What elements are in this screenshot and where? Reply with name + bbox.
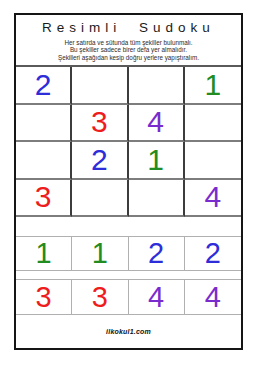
site-credit: ilkokul1.com — [106, 328, 151, 335]
board-digit-3: 3 — [35, 182, 52, 212]
worksheet-frame: Resimli Sudoku Her satırda ve sütunda tü… — [14, 13, 243, 350]
tile-cell-r1c3[interactable]: 2 — [129, 237, 185, 270]
board-digit-1: 1 — [147, 145, 164, 175]
board-cell-r3c4[interactable] — [185, 142, 241, 180]
board-cell-r4c3[interactable] — [129, 180, 185, 218]
footer: ilkokul1.com — [16, 315, 241, 348]
tile-cell-r1c1[interactable]: 3 — [16, 280, 72, 314]
tile-digit-1: 1 — [36, 239, 52, 268]
board-cell-r4c2[interactable] — [72, 180, 128, 218]
worksheet-page: Resimli Sudoku Her satırda ve sütunda tü… — [0, 0, 260, 367]
sudoku-board: 21342134 — [16, 67, 241, 217]
board-cell-r3c1[interactable] — [16, 142, 72, 180]
tile-digit-4: 4 — [148, 283, 164, 312]
tiles-gap — [16, 271, 241, 279]
board-cell-r2c1[interactable] — [16, 105, 72, 143]
board-digit-2: 2 — [91, 145, 108, 175]
instruction-line-3: Şekilleri aşağıdan kesip doğru yerlere y… — [16, 54, 241, 61]
instruction-line-1: Her satırda ve sütunda tüm şekiller bulu… — [16, 39, 241, 46]
board-cell-r4c1[interactable]: 3 — [16, 180, 72, 218]
tile-digit-2: 2 — [205, 239, 221, 268]
tile-cell-r1c2[interactable]: 1 — [72, 237, 128, 270]
tile-cell-r1c4[interactable]: 4 — [185, 280, 241, 314]
tile-cell-r1c1[interactable]: 1 — [16, 237, 72, 270]
board-cell-r1c1[interactable]: 2 — [16, 67, 72, 105]
board-digit-2: 2 — [35, 70, 52, 100]
board-digit-4: 4 — [147, 107, 164, 137]
board-cell-r2c3[interactable]: 4 — [129, 105, 185, 143]
board-digit-4: 4 — [205, 182, 222, 212]
cutout-tiles-row-1: 1122 — [16, 236, 241, 271]
board-cell-r1c2[interactable] — [72, 67, 128, 105]
tile-digit-3: 3 — [36, 283, 52, 312]
tile-digit-2: 2 — [148, 239, 164, 268]
tile-digit-3: 3 — [92, 283, 108, 312]
cut-strip — [16, 217, 241, 236]
cutout-tiles-row-2: 3344 — [16, 279, 241, 315]
header: Resimli Sudoku Her satırda ve sütunda tü… — [16, 15, 241, 67]
instructions: Her satırda ve sütunda tüm şekiller bulu… — [16, 39, 241, 61]
board-digit-3: 3 — [91, 107, 108, 137]
board-cell-r2c2[interactable]: 3 — [72, 105, 128, 143]
tile-cell-r1c4[interactable]: 2 — [185, 237, 241, 270]
board-cell-r3c2[interactable]: 2 — [72, 142, 128, 180]
board-cell-r4c4[interactable]: 4 — [185, 180, 241, 218]
tile-cell-r1c3[interactable]: 4 — [129, 280, 185, 314]
board-cell-r2c4[interactable] — [185, 105, 241, 143]
board-cell-r1c4[interactable]: 1 — [185, 67, 241, 105]
tile-digit-1: 1 — [92, 239, 108, 268]
board-cell-r3c3[interactable]: 1 — [129, 142, 185, 180]
page-title: Resimli Sudoku — [16, 20, 241, 35]
board-digit-1: 1 — [205, 70, 222, 100]
tile-digit-4: 4 — [205, 283, 221, 312]
board-cell-r1c3[interactable] — [129, 67, 185, 105]
tile-cell-r1c2[interactable]: 3 — [72, 280, 128, 314]
instruction-line-2: Bu şekiller sadece birer defa yer almalı… — [16, 46, 241, 53]
